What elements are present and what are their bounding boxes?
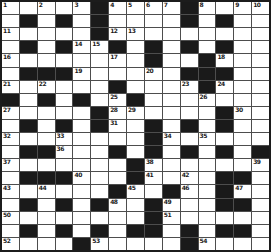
cell-r5c6[interactable] xyxy=(91,54,108,66)
clue-number-19: 19 xyxy=(74,68,81,74)
cell-r2c14[interactable] xyxy=(234,15,251,27)
cell-r6c1[interactable] xyxy=(2,68,19,80)
cell-r3c8[interactable]: 13 xyxy=(127,28,144,40)
cell-r10c15[interactable] xyxy=(252,120,269,132)
cell-r5c7[interactable]: 17 xyxy=(109,54,126,66)
cell-r10c5[interactable] xyxy=(73,120,90,132)
cell-r17c1[interactable]: 50 xyxy=(2,212,19,224)
cell-r11c10[interactable]: 34 xyxy=(163,133,180,145)
cell-r6c10[interactable] xyxy=(163,68,180,80)
cell-r8c11[interactable] xyxy=(181,94,198,106)
cell-r2c9[interactable] xyxy=(145,15,162,27)
cell-r2c8[interactable] xyxy=(127,15,144,27)
cell-r7c10[interactable] xyxy=(163,81,180,93)
block-cell-r10c9 xyxy=(145,120,162,132)
block-cell-r8c8 xyxy=(127,94,144,106)
cell-r11c11[interactable] xyxy=(181,133,198,145)
cell-r18c15[interactable] xyxy=(252,225,269,237)
block-cell-r19c5 xyxy=(73,238,90,250)
cell-r15c1[interactable]: 43 xyxy=(2,185,19,197)
block-cell-r14c14 xyxy=(234,172,251,184)
cell-r12c12[interactable] xyxy=(199,146,216,158)
cell-r19c8[interactable] xyxy=(127,238,144,250)
cell-r17c6[interactable] xyxy=(91,212,108,224)
cell-r18c12[interactable] xyxy=(199,225,216,237)
cell-r11c15[interactable] xyxy=(252,133,269,145)
cell-r17c12[interactable] xyxy=(199,212,216,224)
cell-r7c5[interactable] xyxy=(73,81,90,93)
cell-r15c9[interactable] xyxy=(145,185,162,197)
cell-r5c1[interactable]: 16 xyxy=(2,54,19,66)
clue-number-37: 37 xyxy=(3,159,10,165)
block-cell-r2c13 xyxy=(216,15,233,27)
cell-r12c4[interactable]: 36 xyxy=(56,146,73,158)
clue-number-2: 2 xyxy=(39,2,43,8)
cell-r4c14[interactable] xyxy=(234,41,251,53)
cell-r19c10[interactable] xyxy=(163,238,180,250)
cell-r13c9[interactable]: 38 xyxy=(145,159,162,171)
cell-r19c1[interactable]: 52 xyxy=(2,238,19,250)
block-cell-r18c8 xyxy=(127,225,144,237)
block-cell-r9c6 xyxy=(91,107,108,119)
cell-r17c14[interactable] xyxy=(234,212,251,224)
cell-r13c11[interactable] xyxy=(181,159,198,171)
cell-r17c7[interactable] xyxy=(109,212,126,224)
cell-r3c9[interactable] xyxy=(145,28,162,40)
clue-number-43: 43 xyxy=(3,185,10,191)
cell-r8c7[interactable]: 25 xyxy=(109,94,126,106)
cell-r13c4[interactable] xyxy=(56,159,73,171)
block-cell-r10c2 xyxy=(20,120,37,132)
block-cell-r9c13 xyxy=(216,107,233,119)
clue-number-50: 50 xyxy=(3,212,10,218)
clue-number-17: 17 xyxy=(110,54,117,60)
cell-r16c5[interactable] xyxy=(73,199,90,211)
cell-r8c13[interactable] xyxy=(216,94,233,106)
block-cell-r4c11 xyxy=(181,41,198,53)
cell-r15c11[interactable]: 46 xyxy=(181,185,198,197)
clue-number-34: 34 xyxy=(164,133,171,139)
cell-r10c14[interactable] xyxy=(234,120,251,132)
clue-number-30: 30 xyxy=(235,107,242,113)
cell-r1c9[interactable]: 6 xyxy=(145,2,162,14)
cell-r8c14[interactable] xyxy=(234,94,251,106)
cell-r7c15[interactable] xyxy=(252,81,269,93)
cell-r9c14[interactable]: 30 xyxy=(234,107,251,119)
block-cell-r6c2 xyxy=(20,68,37,80)
cell-r16c15[interactable] xyxy=(252,199,269,211)
cell-r3c7[interactable]: 12 xyxy=(109,28,126,40)
cell-r9c15[interactable] xyxy=(252,107,269,119)
cell-r17c10[interactable]: 51 xyxy=(163,212,180,224)
clue-number-28: 28 xyxy=(110,107,117,113)
cell-r4c8[interactable] xyxy=(127,41,144,53)
cell-r1c12[interactable]: 8 xyxy=(199,2,216,14)
cell-r5c8[interactable] xyxy=(127,54,144,66)
cell-r11c2[interactable] xyxy=(20,133,37,145)
clue-number-48: 48 xyxy=(110,199,117,205)
cell-r15c5[interactable] xyxy=(73,185,90,197)
cell-r1c3[interactable]: 2 xyxy=(38,2,55,14)
cell-r13c7[interactable] xyxy=(109,159,126,171)
cell-r11c6[interactable] xyxy=(91,133,108,145)
cell-r13c15[interactable]: 39 xyxy=(252,159,269,171)
clue-number-18: 18 xyxy=(217,54,224,60)
cell-r5c5[interactable] xyxy=(73,54,90,66)
cell-r19c4[interactable] xyxy=(56,238,73,250)
cell-r16c11[interactable] xyxy=(181,199,198,211)
cell-r9c12[interactable] xyxy=(199,107,216,119)
clue-number-51: 51 xyxy=(164,212,171,218)
cell-r9c1[interactable]: 27 xyxy=(2,107,19,119)
cell-r3c4[interactable] xyxy=(56,28,73,40)
cell-r8c4[interactable] xyxy=(56,94,73,106)
cell-r5c4[interactable] xyxy=(56,54,73,66)
block-cell-r14c2 xyxy=(20,172,37,184)
clue-number-40: 40 xyxy=(74,172,81,178)
block-cell-r5c12 xyxy=(199,54,216,66)
cell-r4c15[interactable] xyxy=(252,41,269,53)
cell-r3c12[interactable] xyxy=(199,28,216,40)
cell-r2c5[interactable] xyxy=(73,15,90,27)
clue-number-11: 11 xyxy=(3,28,10,34)
cell-r9c8[interactable]: 29 xyxy=(127,107,144,119)
block-cell-r11c9 xyxy=(145,133,162,145)
cell-r2c7[interactable] xyxy=(109,15,126,27)
cell-r14c9[interactable]: 41 xyxy=(145,172,162,184)
cell-r7c6[interactable] xyxy=(91,81,108,93)
cell-r14c6[interactable] xyxy=(91,172,108,184)
cell-r1c10[interactable]: 7 xyxy=(163,2,180,14)
clue-number-22: 22 xyxy=(39,81,46,87)
cell-r13c14[interactable] xyxy=(234,159,251,171)
block-cell-r14c3 xyxy=(38,172,55,184)
cell-r18c7[interactable] xyxy=(109,225,126,237)
cell-r15c12[interactable] xyxy=(199,185,216,197)
block-cell-r2c6 xyxy=(91,15,108,27)
cell-r19c9[interactable] xyxy=(145,238,162,250)
clue-number-4: 4 xyxy=(110,2,114,8)
cell-r11c5[interactable] xyxy=(73,133,90,145)
cell-r8c10[interactable] xyxy=(163,94,180,106)
clue-number-53: 53 xyxy=(92,238,99,244)
cell-r10c7[interactable]: 31 xyxy=(109,120,126,132)
cell-r10c12[interactable] xyxy=(199,120,216,132)
cell-r1c2[interactable] xyxy=(20,2,37,14)
cell-r4c3[interactable] xyxy=(38,41,55,53)
block-cell-r18c6 xyxy=(91,225,108,237)
cell-r1c7[interactable]: 4 xyxy=(109,2,126,14)
clue-number-21: 21 xyxy=(3,81,10,87)
cell-r7c9[interactable] xyxy=(145,81,162,93)
clue-number-42: 42 xyxy=(182,172,189,178)
cell-r4c1[interactable] xyxy=(2,41,19,53)
cell-r14c1[interactable] xyxy=(2,172,19,184)
clue-number-45: 45 xyxy=(128,185,135,191)
cell-r12c8[interactable] xyxy=(127,146,144,158)
cell-r3c15[interactable] xyxy=(252,28,269,40)
clue-number-24: 24 xyxy=(217,81,224,87)
block-cell-r18c2 xyxy=(20,225,37,237)
cell-r4c10[interactable] xyxy=(163,41,180,53)
cell-r11c12[interactable]: 35 xyxy=(199,133,216,145)
cell-r19c14[interactable] xyxy=(234,238,251,250)
cell-r3c11[interactable] xyxy=(181,28,198,40)
block-cell-r4c7 xyxy=(109,41,126,53)
clue-number-32: 32 xyxy=(3,133,10,139)
block-cell-r14c13 xyxy=(216,172,233,184)
clue-number-8: 8 xyxy=(200,2,204,8)
cell-r7c11[interactable]: 23 xyxy=(181,81,198,93)
block-cell-r8c5 xyxy=(73,94,90,106)
cell-r10c8[interactable] xyxy=(127,120,144,132)
cell-r19c12[interactable]: 54 xyxy=(199,238,216,250)
cell-r17c13[interactable] xyxy=(216,212,233,224)
block-cell-r16c14 xyxy=(234,199,251,211)
cell-r4c5[interactable]: 14 xyxy=(73,41,90,53)
cell-r17c8[interactable] xyxy=(127,212,144,224)
cell-r10c1[interactable] xyxy=(2,120,19,132)
block-cell-r16c2 xyxy=(20,199,37,211)
cell-r9c4[interactable] xyxy=(56,107,73,119)
crossword-board: 1234567891011121314151617181920212223242… xyxy=(0,0,271,252)
cell-r18c1[interactable] xyxy=(2,225,19,237)
cell-r4c6[interactable]: 15 xyxy=(91,41,108,53)
cell-r3c13[interactable] xyxy=(216,28,233,40)
cell-r13c3[interactable] xyxy=(38,159,55,171)
cell-r12c5[interactable] xyxy=(73,146,90,158)
cell-r17c11[interactable] xyxy=(181,212,198,224)
cell-r7c4[interactable] xyxy=(56,81,73,93)
cell-r7c14[interactable] xyxy=(234,81,251,93)
cell-r4c12[interactable] xyxy=(199,41,216,53)
block-cell-r12c13 xyxy=(216,146,233,158)
cell-r1c14[interactable]: 9 xyxy=(234,2,251,14)
block-cell-r13c8 xyxy=(127,159,144,171)
cell-r8c12[interactable]: 26 xyxy=(199,94,216,106)
cell-r7c8[interactable] xyxy=(127,81,144,93)
cell-r18c3[interactable] xyxy=(38,225,55,237)
cell-r9c7[interactable]: 28 xyxy=(109,107,126,119)
cell-r2c3[interactable] xyxy=(38,15,55,27)
cell-r13c12[interactable] xyxy=(199,159,216,171)
cell-r3c3[interactable] xyxy=(38,28,55,40)
cell-r9c5[interactable] xyxy=(73,107,90,119)
cell-r6c15[interactable] xyxy=(252,68,269,80)
cell-r19c13[interactable] xyxy=(216,238,233,250)
block-cell-r16c13 xyxy=(216,199,233,211)
cell-r5c13[interactable]: 18 xyxy=(216,54,233,66)
cell-r7c2[interactable] xyxy=(20,81,37,93)
block-cell-r2c4 xyxy=(56,15,73,27)
cell-r8c15[interactable] xyxy=(252,94,269,106)
cell-r14c11[interactable]: 42 xyxy=(181,172,198,184)
cell-r19c3[interactable] xyxy=(38,238,55,250)
clue-number-41: 41 xyxy=(146,172,153,178)
clue-number-14: 14 xyxy=(74,41,81,47)
cell-r9c3[interactable] xyxy=(38,107,55,119)
cell-r8c2[interactable] xyxy=(20,94,37,106)
cell-r1c5[interactable]: 3 xyxy=(73,2,90,14)
cell-r19c6[interactable]: 53 xyxy=(91,238,108,250)
cell-r5c10[interactable] xyxy=(163,54,180,66)
cell-r1c8[interactable]: 5 xyxy=(127,2,144,14)
block-cell-r7c7 xyxy=(109,81,126,93)
clue-number-38: 38 xyxy=(146,159,153,165)
block-cell-r15c10 xyxy=(163,185,180,197)
cell-r9c10[interactable] xyxy=(163,107,180,119)
cell-r11c14[interactable] xyxy=(234,133,251,145)
cell-r13c5[interactable] xyxy=(73,159,90,171)
cell-r1c13[interactable] xyxy=(216,2,233,14)
cell-r19c2[interactable] xyxy=(20,238,37,250)
block-cell-r6c11 xyxy=(181,68,198,80)
cell-r2c10[interactable] xyxy=(163,15,180,27)
cell-r19c15[interactable] xyxy=(252,238,269,250)
cell-r3c1[interactable]: 11 xyxy=(2,28,19,40)
block-cell-r12c15 xyxy=(252,146,269,158)
cell-r16c3[interactable] xyxy=(38,199,55,211)
cell-r1c15[interactable]: 10 xyxy=(252,2,269,14)
block-cell-r2c11 xyxy=(181,15,198,27)
clue-number-31: 31 xyxy=(110,120,117,126)
cell-r15c6[interactable] xyxy=(91,185,108,197)
cell-r2c1[interactable] xyxy=(2,15,19,27)
cell-r10c10[interactable] xyxy=(163,120,180,132)
cell-r7c13[interactable]: 24 xyxy=(216,81,233,93)
cell-r6c14[interactable] xyxy=(234,68,251,80)
block-cell-r19c11 xyxy=(181,238,198,250)
cell-r5c11[interactable] xyxy=(181,54,198,66)
cell-r15c3[interactable]: 44 xyxy=(38,185,55,197)
cell-r13c10[interactable] xyxy=(163,159,180,171)
cell-r16c8[interactable] xyxy=(127,199,144,211)
cell-r14c15[interactable] xyxy=(252,172,269,184)
cell-r16c7[interactable]: 48 xyxy=(109,199,126,211)
cell-r13c13[interactable] xyxy=(216,159,233,171)
cell-r5c3[interactable] xyxy=(38,54,55,66)
clue-number-16: 16 xyxy=(3,54,10,60)
cell-r6c8[interactable] xyxy=(127,68,144,80)
cell-r3c10[interactable] xyxy=(163,28,180,40)
cell-r15c2[interactable] xyxy=(20,185,37,197)
cell-r9c2[interactable] xyxy=(20,107,37,119)
cell-r17c15[interactable] xyxy=(252,212,269,224)
cell-r17c3[interactable] xyxy=(38,212,55,224)
cell-r15c8[interactable]: 45 xyxy=(127,185,144,197)
cell-r3c5[interactable] xyxy=(73,28,90,40)
cell-r17c4[interactable] xyxy=(56,212,73,224)
cell-r14c12[interactable] xyxy=(199,172,216,184)
cell-r18c5[interactable] xyxy=(73,225,90,237)
block-cell-r12c2 xyxy=(20,146,37,158)
cell-r5c14[interactable] xyxy=(234,54,251,66)
block-cell-r10c6 xyxy=(91,120,108,132)
cell-r14c10[interactable] xyxy=(163,172,180,184)
cell-r14c5[interactable]: 40 xyxy=(73,172,90,184)
cell-r10c3[interactable] xyxy=(38,120,55,132)
cell-r8c9[interactable] xyxy=(145,94,162,106)
cell-r16c12[interactable] xyxy=(199,199,216,211)
cell-r6c7[interactable] xyxy=(109,68,126,80)
cell-r12c6[interactable] xyxy=(91,146,108,158)
cell-r15c4[interactable] xyxy=(56,185,73,197)
cell-r2c12[interactable] xyxy=(199,15,216,27)
clue-number-25: 25 xyxy=(110,94,117,100)
cell-r11c13[interactable] xyxy=(216,133,233,145)
clue-number-13: 13 xyxy=(128,28,135,34)
cell-r12c10[interactable] xyxy=(163,146,180,158)
cell-r15c15[interactable] xyxy=(252,185,269,197)
clue-number-27: 27 xyxy=(3,107,10,113)
clue-number-3: 3 xyxy=(74,2,78,8)
clue-number-5: 5 xyxy=(128,2,132,8)
cell-r12c14[interactable] xyxy=(234,146,251,158)
cell-r17c2[interactable] xyxy=(20,212,37,224)
cell-r17c5[interactable] xyxy=(73,212,90,224)
cell-r3c14[interactable] xyxy=(234,28,251,40)
block-cell-r14c4 xyxy=(56,172,73,184)
clue-number-36: 36 xyxy=(57,146,64,152)
cell-r12c1[interactable] xyxy=(2,146,19,158)
block-cell-r6c12 xyxy=(199,68,216,80)
cell-r13c6[interactable] xyxy=(91,159,108,171)
block-cell-r6c4 xyxy=(56,68,73,80)
cell-r1c1[interactable]: 1 xyxy=(2,2,19,14)
cell-r1c4[interactable] xyxy=(56,2,73,14)
cell-r2c15[interactable] xyxy=(252,15,269,27)
cell-r11c3[interactable] xyxy=(38,133,55,145)
cell-r8c6[interactable] xyxy=(91,94,108,106)
cell-r3c2[interactable] xyxy=(20,28,37,40)
cell-r15c14[interactable]: 47 xyxy=(234,185,251,197)
cell-r6c6[interactable] xyxy=(91,68,108,80)
cell-r7c3[interactable]: 22 xyxy=(38,81,55,93)
cell-r9c9[interactable] xyxy=(145,107,162,119)
cell-r6c9[interactable]: 20 xyxy=(145,68,162,80)
block-cell-r10c4 xyxy=(56,120,73,132)
clue-number-7: 7 xyxy=(164,2,168,8)
cell-r6c5[interactable]: 19 xyxy=(73,68,90,80)
cell-r16c10[interactable]: 49 xyxy=(163,199,180,211)
clue-number-9: 9 xyxy=(235,2,239,8)
cell-r11c4[interactable]: 33 xyxy=(56,133,73,145)
clue-number-49: 49 xyxy=(164,199,171,205)
cell-r13c1[interactable]: 37 xyxy=(2,159,19,171)
cell-r11c1[interactable]: 32 xyxy=(2,133,19,145)
block-cell-r3c6 xyxy=(91,28,108,40)
block-cell-r17c9 xyxy=(145,212,162,224)
clue-number-29: 29 xyxy=(128,107,135,113)
block-cell-r10c11 xyxy=(181,120,198,132)
block-cell-r12c9 xyxy=(145,146,162,158)
cell-r18c10[interactable] xyxy=(163,225,180,237)
clue-number-6: 6 xyxy=(146,2,150,8)
cell-r5c2[interactable] xyxy=(20,54,37,66)
cell-r11c7[interactable] xyxy=(109,133,126,145)
cell-r13c2[interactable] xyxy=(20,159,37,171)
block-cell-r6c13 xyxy=(216,68,233,80)
cell-r7c1[interactable]: 21 xyxy=(2,81,19,93)
cell-r14c7[interactable] xyxy=(109,172,126,184)
cell-r9c11[interactable] xyxy=(181,107,198,119)
cell-r5c15[interactable] xyxy=(252,54,269,66)
cell-r16c1[interactable] xyxy=(2,199,19,211)
cell-r11c8[interactable] xyxy=(127,133,144,145)
block-cell-r16c9 xyxy=(145,199,162,211)
cell-r19c7[interactable] xyxy=(109,238,126,250)
block-cell-r18c4 xyxy=(56,225,73,237)
